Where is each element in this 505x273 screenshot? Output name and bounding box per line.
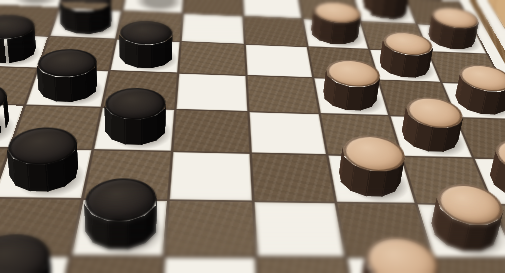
- board-square[interactable]: [0, 0, 67, 7]
- piece-side: [404, 0, 410, 14]
- board-square[interactable]: [110, 39, 180, 72]
- wood-piece-top: [428, 6, 483, 29]
- piece-side: [493, 69, 505, 98]
- piece-side: [61, 0, 71, 19]
- piece-side: [164, 36, 173, 65]
- wood-piece[interactable]: [357, 265, 439, 273]
- piece-side: [64, 7, 77, 34]
- piece-side: [130, 0, 136, 6]
- piece-side: [69, 0, 84, 14]
- board-square[interactable]: [246, 44, 312, 77]
- piece-shadow: [133, 0, 184, 13]
- wood-piece-top: [312, 1, 364, 24]
- piece-side: [463, 11, 477, 37]
- piece-side: [311, 4, 319, 30]
- piece-side: [370, 0, 385, 19]
- piece-side: [428, 9, 436, 35]
- board-square[interactable]: [252, 154, 334, 201]
- black-piece[interactable]: [103, 112, 167, 146]
- piece-side: [365, 64, 378, 94]
- piece-side: [128, 20, 142, 46]
- piece-side: [7, 36, 25, 63]
- black-piece[interactable]: [35, 73, 100, 103]
- piece-side: [33, 0, 48, 3]
- perspective-scene: [0, 0, 505, 273]
- board-square[interactable]: [347, 259, 450, 273]
- piece-side: [455, 67, 464, 96]
- piece-side: [393, 32, 411, 54]
- piece-side: [451, 8, 468, 32]
- piece-shadow: [326, 85, 387, 116]
- piece-side: [136, 0, 148, 9]
- piece-side: [170, 0, 178, 7]
- piece-side: [381, 45, 394, 74]
- piece-side: [81, 0, 96, 13]
- piece-side: [110, 0, 112, 27]
- piece-side: [383, 32, 397, 57]
- black-piece[interactable]: [0, 264, 57, 273]
- board-square[interactable]: [161, 258, 258, 273]
- board-square[interactable]: [174, 110, 250, 152]
- black-piece-top: [57, 0, 114, 12]
- piece-side: [362, 0, 367, 12]
- checkers-board: [0, 0, 505, 273]
- piece-side: [119, 34, 126, 64]
- piece-side: [417, 35, 430, 63]
- black-piece[interactable]: [4, 0, 60, 4]
- board-square[interactable]: [71, 199, 167, 255]
- piece-shadow: [314, 24, 368, 49]
- board-square[interactable]: [166, 201, 255, 257]
- piece-side: [323, 68, 327, 100]
- board-square[interactable]: [0, 148, 91, 197]
- wood-piece[interactable]: [377, 53, 433, 79]
- wood-piece[interactable]: [398, 120, 463, 152]
- board-square[interactable]: [0, 5, 58, 35]
- piece-side: [353, 16, 361, 43]
- piece-side: [468, 65, 487, 88]
- piece-side: [438, 24, 455, 49]
- piece-side: [325, 2, 341, 24]
- piece-side: [177, 0, 178, 3]
- board-square[interactable]: [418, 24, 486, 53]
- board-square[interactable]: [255, 202, 344, 257]
- board-square[interactable]: [308, 47, 376, 80]
- piece-side: [324, 75, 336, 106]
- black-piece[interactable]: [58, 11, 114, 35]
- piece-side: [402, 0, 410, 18]
- piece-side: [366, 0, 379, 2]
- piece-side: [316, 2, 329, 26]
- board-square[interactable]: [434, 259, 505, 273]
- piece-side: [379, 34, 387, 62]
- piece-side: [131, 0, 132, 1]
- piece-side: [22, 31, 35, 61]
- piece-side: [343, 20, 357, 44]
- border-inner-margin: [0, 0, 505, 273]
- wood-piece-top: [324, 59, 383, 87]
- board-square[interactable]: [94, 108, 175, 150]
- piece-side: [312, 13, 323, 41]
- board-square[interactable]: [299, 0, 359, 21]
- board-square[interactable]: [170, 152, 252, 200]
- piece-side: [59, 0, 62, 25]
- piece-side: [89, 9, 104, 35]
- piece-side: [151, 42, 165, 69]
- piece-side: [95, 0, 108, 16]
- black-piece[interactable]: [82, 205, 158, 250]
- piece-side: [467, 87, 487, 115]
- piece-side: [319, 19, 334, 45]
- board-square[interactable]: [180, 42, 246, 75]
- piece-shadow: [364, 1, 416, 23]
- wood-piece[interactable]: [425, 27, 479, 50]
- board-square[interactable]: [303, 19, 367, 48]
- piece-side: [0, 38, 11, 63]
- piece-side: [374, 70, 380, 101]
- board-square[interactable]: [243, 0, 301, 18]
- piece-side: [430, 19, 443, 46]
- piece-side: [425, 47, 434, 75]
- piece-shadow: [122, 45, 180, 73]
- black-piece[interactable]: [118, 43, 173, 70]
- checkers-photo-scene: [0, 0, 505, 273]
- board-square[interactable]: [182, 14, 244, 44]
- piece-side: [386, 0, 401, 4]
- board-square[interactable]: [244, 16, 306, 46]
- board-square[interactable]: [248, 76, 319, 113]
- piece-side: [401, 55, 419, 78]
- piece-side: [330, 22, 347, 44]
- piece-side: [166, 24, 173, 53]
- piece-side: [125, 40, 139, 68]
- piece-side: [440, 7, 457, 28]
- piece-side: [59, 2, 66, 31]
- wood-piece[interactable]: [310, 22, 361, 45]
- piece-side: [339, 60, 357, 83]
- black-piece-top: [117, 20, 173, 46]
- piece-side: [362, 0, 370, 7]
- board-square[interactable]: [314, 79, 387, 115]
- piece-side: [450, 28, 468, 50]
- black-piece[interactable]: [0, 108, 14, 142]
- piece-side: [19, 0, 35, 3]
- board-square[interactable]: [370, 49, 441, 81]
- piece-side: [136, 44, 152, 68]
- piece-side: [426, 41, 433, 70]
- piece-side: [146, 0, 160, 9]
- board-square[interactable]: [117, 11, 182, 41]
- piece-side: [140, 20, 155, 43]
- board-square[interactable]: [354, 0, 416, 23]
- piece-side: [353, 60, 370, 87]
- piece-side: [328, 60, 343, 86]
- piece-side: [32, 24, 36, 55]
- piece-side: [356, 10, 361, 38]
- piece-side: [471, 16, 479, 43]
- piece-side: [154, 21, 167, 48]
- piece-side: [0, 14, 7, 40]
- piece-side: [172, 30, 173, 60]
- piece-side: [480, 91, 500, 115]
- black-piece[interactable]: [0, 37, 40, 64]
- piece-side: [405, 32, 422, 58]
- black-piece[interactable]: [5, 153, 82, 192]
- board-square[interactable]: [430, 52, 503, 84]
- board-square[interactable]: [177, 74, 247, 111]
- piece-side: [374, 0, 389, 1]
- piece-side: [29, 18, 36, 48]
- piece-side: [371, 77, 380, 107]
- board-square[interactable]: [328, 155, 414, 202]
- piece-side: [337, 2, 352, 27]
- wood-piece-top: [380, 31, 437, 56]
- piece-side: [379, 39, 385, 68]
- piece-shadow: [381, 55, 440, 82]
- black-piece[interactable]: [129, 0, 178, 10]
- piece-side: [349, 5, 360, 32]
- piece-side: [360, 83, 376, 110]
- board-square[interactable]: [26, 69, 107, 107]
- piece-side: [389, 51, 407, 78]
- piece-side: [428, 13, 435, 40]
- piece-side: [101, 4, 111, 32]
- piece-side: [159, 0, 172, 9]
- piece-shadow: [7, 0, 66, 7]
- black-piece-top: [0, 14, 38, 40]
- board-square[interactable]: [258, 258, 356, 273]
- piece-side: [431, 7, 445, 30]
- wood-piece[interactable]: [360, 0, 409, 21]
- piece-side: [345, 86, 364, 110]
- piece-side: [332, 82, 350, 110]
- piece-side: [45, 0, 56, 1]
- piece-side: [120, 23, 129, 52]
- board-square[interactable]: [184, 0, 242, 15]
- piece-side: [494, 88, 505, 115]
- piece-side: [414, 52, 429, 77]
- board-square[interactable]: [50, 8, 120, 38]
- board-square[interactable]: [250, 112, 326, 154]
- wood-piece[interactable]: [321, 82, 379, 111]
- piece-side: [106, 0, 113, 21]
- wood-piece-top: [455, 64, 505, 92]
- piece-side: [458, 65, 474, 91]
- piece-side: [462, 26, 476, 50]
- wood-piece[interactable]: [337, 160, 405, 197]
- board-square[interactable]: [0, 257, 68, 273]
- board-square[interactable]: [407, 0, 471, 26]
- piece-side: [455, 73, 463, 104]
- piece-side: [18, 15, 32, 42]
- piece-side: [396, 0, 407, 9]
- piece-side: [75, 11, 91, 35]
- wood-piece[interactable]: [426, 209, 503, 251]
- piece-side: [457, 80, 473, 110]
- piece-side: [119, 28, 121, 59]
- piece-side: [3, 15, 21, 39]
- border-pinstripe: [0, 0, 505, 273]
- piece-side: [381, 0, 397, 20]
- board-square[interactable]: [123, 0, 184, 13]
- piece-side: [393, 0, 406, 20]
- piece-side: [480, 65, 500, 92]
- piece-shadow: [61, 13, 119, 38]
- piece-side: [311, 8, 315, 36]
- piece-side: [363, 0, 374, 16]
- board-grid: [0, 0, 505, 273]
- board-square[interactable]: [57, 257, 163, 273]
- piece-side: [9, 0, 22, 3]
- camera-tilt-wrapper: [0, 0, 505, 273]
- piece-shadow: [429, 29, 486, 53]
- board-top-surface: [0, 0, 505, 273]
- piece-side: [323, 62, 332, 92]
- piece-side: [471, 21, 479, 47]
- board-square[interactable]: [361, 22, 427, 51]
- board-square[interactable]: [60, 0, 126, 10]
